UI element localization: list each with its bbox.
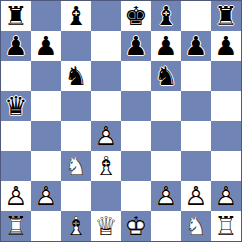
white-pawn-icon[interactable]: ♟♙ xyxy=(211,181,241,211)
square-h4[interactable] xyxy=(211,121,241,151)
white-knight-icon-outline: ♘ xyxy=(181,211,211,241)
black-pawn-icon-fill: ♟ xyxy=(151,31,181,61)
black-pawn-icon[interactable]: ♟ xyxy=(121,31,151,61)
white-pawn-icon-outline: ♙ xyxy=(1,181,31,211)
square-a6[interactable] xyxy=(1,61,31,91)
square-d3[interactable]: ♝♗ xyxy=(91,151,121,181)
square-c7[interactable] xyxy=(61,31,91,61)
square-f4[interactable] xyxy=(151,121,181,151)
black-pawn-icon[interactable]: ♟ xyxy=(181,31,211,61)
black-bishop-icon[interactable]: ♝ xyxy=(61,1,91,31)
square-e5[interactable] xyxy=(121,91,151,121)
square-g2[interactable]: ♟♙ xyxy=(181,181,211,211)
square-e1[interactable]: ♚♔ xyxy=(121,211,151,241)
square-h6[interactable] xyxy=(211,61,241,91)
square-a1[interactable]: ♜♖ xyxy=(1,211,31,241)
white-pawn-icon[interactable]: ♟♙ xyxy=(181,181,211,211)
square-e4[interactable] xyxy=(121,121,151,151)
black-knight-icon-fill: ♞ xyxy=(151,61,181,91)
white-pawn-icon-outline: ♙ xyxy=(151,181,181,211)
square-e3[interactable] xyxy=(121,151,151,181)
square-c8[interactable]: ♝ xyxy=(61,1,91,31)
white-pawn-icon[interactable]: ♟♙ xyxy=(151,181,181,211)
square-b4[interactable] xyxy=(31,121,61,151)
black-knight-icon-fill: ♞ xyxy=(61,61,91,91)
square-f1[interactable] xyxy=(151,211,181,241)
black-rook-icon-fill: ♜ xyxy=(1,1,31,31)
square-c2[interactable] xyxy=(61,181,91,211)
square-e2[interactable] xyxy=(121,181,151,211)
square-e8[interactable]: ♚ xyxy=(121,1,151,31)
square-f5[interactable] xyxy=(151,91,181,121)
black-pawn-icon[interactable]: ♟ xyxy=(211,31,241,61)
square-b8[interactable] xyxy=(31,1,61,31)
square-a5[interactable]: ♛ xyxy=(1,91,31,121)
black-bishop-icon-fill: ♝ xyxy=(61,1,91,31)
square-g4[interactable] xyxy=(181,121,211,151)
square-d2[interactable] xyxy=(91,181,121,211)
white-pawn-icon-outline: ♙ xyxy=(181,181,211,211)
black-king-icon[interactable]: ♚ xyxy=(121,1,151,31)
black-bishop-icon-fill: ♝ xyxy=(151,1,181,31)
black-rook-icon-fill: ♜ xyxy=(211,1,241,31)
white-pawn-icon-outline: ♙ xyxy=(91,121,121,151)
white-king-icon[interactable]: ♚♔ xyxy=(121,211,151,241)
square-h5[interactable] xyxy=(211,91,241,121)
square-g7[interactable]: ♟ xyxy=(181,31,211,61)
square-d6[interactable] xyxy=(91,61,121,91)
square-f2[interactable]: ♟♙ xyxy=(151,181,181,211)
white-rook-icon[interactable]: ♜♖ xyxy=(211,211,241,241)
black-queen-icon[interactable]: ♛ xyxy=(1,91,31,121)
white-knight-icon[interactable]: ♞♘ xyxy=(61,151,91,181)
square-d5[interactable] xyxy=(91,91,121,121)
square-d7[interactable] xyxy=(91,31,121,61)
square-a8[interactable]: ♜ xyxy=(1,1,31,31)
square-a4[interactable] xyxy=(1,121,31,151)
white-queen-icon-outline: ♕ xyxy=(91,211,121,241)
white-rook-icon[interactable]: ♜♖ xyxy=(1,211,31,241)
white-bishop-icon-outline: ♗ xyxy=(61,211,91,241)
square-d8[interactable] xyxy=(91,1,121,31)
white-bishop-icon[interactable]: ♝♗ xyxy=(91,151,121,181)
black-pawn-icon-fill: ♟ xyxy=(211,31,241,61)
white-bishop-icon[interactable]: ♝♗ xyxy=(61,211,91,241)
square-h7[interactable]: ♟ xyxy=(211,31,241,61)
square-e7[interactable]: ♟ xyxy=(121,31,151,61)
square-a7[interactable]: ♟ xyxy=(1,31,31,61)
white-pawn-icon[interactable]: ♟♙ xyxy=(91,121,121,151)
square-b1[interactable] xyxy=(31,211,61,241)
square-d4[interactable]: ♟♙ xyxy=(91,121,121,151)
square-f8[interactable]: ♝ xyxy=(151,1,181,31)
square-c4[interactable] xyxy=(61,121,91,151)
square-f3[interactable] xyxy=(151,151,181,181)
square-a3[interactable] xyxy=(1,151,31,181)
black-knight-icon[interactable]: ♞ xyxy=(61,61,91,91)
square-f6[interactable]: ♞ xyxy=(151,61,181,91)
square-f7[interactable]: ♟ xyxy=(151,31,181,61)
square-b6[interactable] xyxy=(31,61,61,91)
square-b3[interactable] xyxy=(31,151,61,181)
square-a2[interactable]: ♟♙ xyxy=(1,181,31,211)
square-e6[interactable] xyxy=(121,61,151,91)
white-rook-icon-outline: ♖ xyxy=(1,211,31,241)
square-c5[interactable] xyxy=(61,91,91,121)
black-knight-icon[interactable]: ♞ xyxy=(151,61,181,91)
white-queen-icon[interactable]: ♛♕ xyxy=(91,211,121,241)
white-bishop-icon-outline: ♗ xyxy=(91,151,121,181)
white-knight-icon[interactable]: ♞♘ xyxy=(181,211,211,241)
square-g1[interactable]: ♞♘ xyxy=(181,211,211,241)
chess-board: ♜♝♚♝♜♟♟♟♟♟♟♞♞♛♟♙♞♘♝♗♟♙♟♙♟♙♟♙♟♙♜♖♝♗♛♕♚♔♞♘… xyxy=(0,0,242,242)
black-rook-icon[interactable]: ♜ xyxy=(1,1,31,31)
square-c3[interactable]: ♞♘ xyxy=(61,151,91,181)
white-pawn-icon[interactable]: ♟♙ xyxy=(1,181,31,211)
black-pawn-icon-fill: ♟ xyxy=(31,31,61,61)
black-pawn-icon[interactable]: ♟ xyxy=(151,31,181,61)
black-pawn-icon[interactable]: ♟ xyxy=(31,31,61,61)
square-h8[interactable]: ♜ xyxy=(211,1,241,31)
black-pawn-icon-fill: ♟ xyxy=(181,31,211,61)
white-king-icon-outline: ♔ xyxy=(121,211,151,241)
square-h3[interactable] xyxy=(211,151,241,181)
white-rook-icon-outline: ♖ xyxy=(211,211,241,241)
white-pawn-icon[interactable]: ♟♙ xyxy=(31,181,61,211)
square-g3[interactable] xyxy=(181,151,211,181)
square-c1[interactable]: ♝♗ xyxy=(61,211,91,241)
square-d1[interactable]: ♛♕ xyxy=(91,211,121,241)
square-b7[interactable]: ♟ xyxy=(31,31,61,61)
black-bishop-icon[interactable]: ♝ xyxy=(151,1,181,31)
black-queen-icon-fill: ♛ xyxy=(1,91,31,121)
square-b5[interactable] xyxy=(31,91,61,121)
square-g5[interactable] xyxy=(181,91,211,121)
black-king-icon-fill: ♚ xyxy=(121,1,151,31)
black-pawn-icon-fill: ♟ xyxy=(121,31,151,61)
square-b2[interactable]: ♟♙ xyxy=(31,181,61,211)
square-h1[interactable]: ♜♖ xyxy=(211,211,241,241)
white-pawn-icon-outline: ♙ xyxy=(31,181,61,211)
black-pawn-icon[interactable]: ♟ xyxy=(1,31,31,61)
white-knight-icon-outline: ♘ xyxy=(61,151,91,181)
black-rook-icon[interactable]: ♜ xyxy=(211,1,241,31)
black-pawn-icon-fill: ♟ xyxy=(1,31,31,61)
square-h2[interactable]: ♟♙ xyxy=(211,181,241,211)
square-c6[interactable]: ♞ xyxy=(61,61,91,91)
square-g8[interactable] xyxy=(181,1,211,31)
square-g6[interactable] xyxy=(181,61,211,91)
white-pawn-icon-outline: ♙ xyxy=(211,181,241,211)
